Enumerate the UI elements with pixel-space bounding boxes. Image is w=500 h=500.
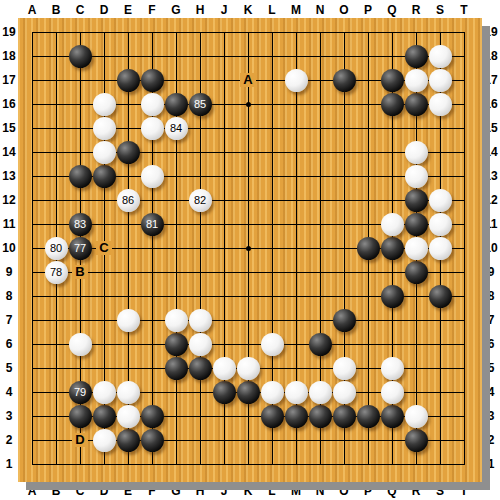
column-label-bottom-K: K bbox=[236, 484, 260, 498]
row-label-left-13: 13 bbox=[0, 169, 18, 183]
row-label-right-7: 7 bbox=[482, 313, 500, 327]
stone-white-S17[interactable] bbox=[429, 69, 452, 92]
column-label-top-G: G bbox=[164, 3, 188, 17]
column-label-top-D: D bbox=[92, 3, 116, 17]
column-label-bottom-C: C bbox=[68, 484, 92, 498]
stone-white-E7[interactable] bbox=[117, 309, 140, 332]
stone-white-S16[interactable] bbox=[429, 93, 452, 116]
column-label-bottom-D: D bbox=[92, 484, 116, 498]
row-label-right-5: 5 bbox=[482, 361, 500, 375]
row-label-right-3: 3 bbox=[482, 409, 500, 423]
stone-black-R18[interactable] bbox=[405, 45, 428, 68]
row-label-left-16: 16 bbox=[0, 97, 18, 111]
stone-white-S11[interactable] bbox=[429, 213, 452, 236]
move-number-85: 85 bbox=[194, 98, 206, 110]
stone-white-O5[interactable] bbox=[333, 357, 356, 380]
column-label-bottom-R: R bbox=[404, 484, 428, 498]
stone-white-G15[interactable]: 84 bbox=[165, 117, 188, 140]
row-label-left-9: 9 bbox=[0, 265, 18, 279]
stone-black-F3[interactable] bbox=[141, 405, 164, 428]
stone-white-L4[interactable] bbox=[261, 381, 284, 404]
stone-black-R2[interactable] bbox=[405, 429, 428, 452]
point-label-A: A bbox=[240, 73, 256, 87]
column-label-top-K: K bbox=[236, 3, 260, 17]
grid-hline bbox=[32, 320, 465, 321]
move-number-80: 80 bbox=[50, 242, 62, 254]
row-label-left-8: 8 bbox=[0, 289, 18, 303]
column-label-bottom-A: A bbox=[20, 484, 44, 498]
row-label-left-3: 3 bbox=[0, 409, 18, 423]
stone-black-D13[interactable] bbox=[93, 165, 116, 188]
go-board-screen: AABBCCDDEEFFGGHHJJKKLLMMNNOOPPQQRRSSTT19… bbox=[0, 0, 500, 500]
stone-white-M17[interactable] bbox=[285, 69, 308, 92]
move-number-79: 79 bbox=[74, 386, 86, 398]
stone-black-O7[interactable] bbox=[333, 309, 356, 332]
stone-white-D4[interactable] bbox=[93, 381, 116, 404]
stone-white-Q11[interactable] bbox=[381, 213, 404, 236]
stone-white-E12[interactable]: 86 bbox=[117, 189, 140, 212]
column-label-bottom-J: J bbox=[212, 484, 236, 498]
row-label-right-14: 14 bbox=[482, 145, 500, 159]
row-label-left-2: 2 bbox=[0, 433, 18, 447]
stone-white-D15[interactable] bbox=[93, 117, 116, 140]
stone-black-Q17[interactable] bbox=[381, 69, 404, 92]
stone-white-K5[interactable] bbox=[237, 357, 260, 380]
column-label-bottom-Q: Q bbox=[380, 484, 404, 498]
column-label-top-F: F bbox=[140, 3, 164, 17]
row-label-right-4: 4 bbox=[482, 385, 500, 399]
stone-black-C13[interactable] bbox=[69, 165, 92, 188]
stone-black-Q8[interactable] bbox=[381, 285, 404, 308]
column-label-top-N: N bbox=[308, 3, 332, 17]
row-label-right-19: 19 bbox=[482, 25, 500, 39]
column-label-top-J: J bbox=[212, 3, 236, 17]
column-label-bottom-G: G bbox=[164, 484, 188, 498]
stone-white-H12[interactable]: 82 bbox=[189, 189, 212, 212]
move-number-81: 81 bbox=[146, 218, 158, 230]
stone-black-N3[interactable] bbox=[309, 405, 332, 428]
row-label-right-12: 12 bbox=[482, 193, 500, 207]
stone-black-G6[interactable] bbox=[165, 333, 188, 356]
column-label-top-E: E bbox=[116, 3, 140, 17]
row-label-right-8: 8 bbox=[482, 289, 500, 303]
column-label-bottom-M: M bbox=[284, 484, 308, 498]
stone-black-E17[interactable] bbox=[117, 69, 140, 92]
stone-black-Q10[interactable] bbox=[381, 237, 404, 260]
stone-white-B9[interactable]: 78 bbox=[45, 261, 68, 284]
row-label-right-17: 17 bbox=[482, 73, 500, 87]
stone-white-O4[interactable] bbox=[333, 381, 356, 404]
grid-hline bbox=[32, 344, 465, 345]
stone-black-H5[interactable] bbox=[189, 357, 212, 380]
point-label-B: B bbox=[72, 265, 88, 279]
stone-black-P10[interactable] bbox=[357, 237, 380, 260]
stone-white-F15[interactable] bbox=[141, 117, 164, 140]
stone-white-D16[interactable] bbox=[93, 93, 116, 116]
grid-vline bbox=[464, 32, 465, 465]
column-label-bottom-O: O bbox=[332, 484, 356, 498]
move-number-78: 78 bbox=[50, 266, 62, 278]
stone-white-R17[interactable] bbox=[405, 69, 428, 92]
row-label-right-2: 2 bbox=[482, 433, 500, 447]
stone-black-N6[interactable] bbox=[309, 333, 332, 356]
column-label-top-C: C bbox=[68, 3, 92, 17]
column-label-bottom-F: F bbox=[140, 484, 164, 498]
move-number-84: 84 bbox=[170, 122, 182, 134]
stone-black-E14[interactable] bbox=[117, 141, 140, 164]
stone-black-S8[interactable] bbox=[429, 285, 452, 308]
row-label-right-10: 10 bbox=[482, 241, 500, 255]
stone-white-R14[interactable] bbox=[405, 141, 428, 164]
column-label-top-H: H bbox=[188, 3, 212, 17]
stone-white-B10[interactable]: 80 bbox=[45, 237, 68, 260]
column-label-bottom-H: H bbox=[188, 484, 212, 498]
go-board[interactable]: 85838177798486828078 ABCD bbox=[18, 18, 482, 482]
row-label-right-18: 18 bbox=[482, 49, 500, 63]
stone-black-C4[interactable]: 79 bbox=[69, 381, 92, 404]
row-label-right-16: 16 bbox=[482, 97, 500, 111]
stone-black-G5[interactable] bbox=[165, 357, 188, 380]
row-label-left-4: 4 bbox=[0, 385, 18, 399]
column-label-top-P: P bbox=[356, 3, 380, 17]
stone-white-J5[interactable] bbox=[213, 357, 236, 380]
row-label-right-9: 9 bbox=[482, 265, 500, 279]
stone-black-C18[interactable] bbox=[69, 45, 92, 68]
row-label-left-7: 7 bbox=[0, 313, 18, 327]
stone-black-R12[interactable] bbox=[405, 189, 428, 212]
stone-white-R13[interactable] bbox=[405, 165, 428, 188]
stone-white-R10[interactable] bbox=[405, 237, 428, 260]
column-label-bottom-N: N bbox=[308, 484, 332, 498]
row-label-left-14: 14 bbox=[0, 145, 18, 159]
row-label-left-15: 15 bbox=[0, 121, 18, 135]
column-label-top-L: L bbox=[260, 3, 284, 17]
column-label-bottom-T: T bbox=[452, 484, 476, 498]
stone-black-R9[interactable] bbox=[405, 261, 428, 284]
move-number-86: 86 bbox=[122, 194, 134, 206]
stone-white-L6[interactable] bbox=[261, 333, 284, 356]
column-label-top-A: A bbox=[20, 3, 44, 17]
stone-white-S12[interactable] bbox=[429, 189, 452, 212]
stone-black-D3[interactable] bbox=[93, 405, 116, 428]
column-label-top-Q: Q bbox=[380, 3, 404, 17]
column-label-top-T: T bbox=[452, 3, 476, 17]
stone-black-L3[interactable] bbox=[261, 405, 284, 428]
row-label-left-19: 19 bbox=[0, 25, 18, 39]
stone-white-G7[interactable] bbox=[165, 309, 188, 332]
row-label-right-1: 1 bbox=[482, 457, 500, 471]
stone-white-M4[interactable] bbox=[285, 381, 308, 404]
grid-hline bbox=[32, 272, 465, 273]
stone-black-C10[interactable]: 77 bbox=[69, 237, 92, 260]
stone-black-O3[interactable] bbox=[333, 405, 356, 428]
column-label-top-B: B bbox=[44, 3, 68, 17]
stone-white-E3[interactable] bbox=[117, 405, 140, 428]
row-label-left-5: 5 bbox=[0, 361, 18, 375]
stone-white-S18[interactable] bbox=[429, 45, 452, 68]
stone-black-R11[interactable] bbox=[405, 213, 428, 236]
stone-black-O17[interactable] bbox=[333, 69, 356, 92]
stone-white-E4[interactable] bbox=[117, 381, 140, 404]
stone-white-H6[interactable] bbox=[189, 333, 212, 356]
stone-black-F2[interactable] bbox=[141, 429, 164, 452]
stone-black-R16[interactable] bbox=[405, 93, 428, 116]
stone-white-R3[interactable] bbox=[405, 405, 428, 428]
column-label-bottom-E: E bbox=[116, 484, 140, 498]
row-label-left-12: 12 bbox=[0, 193, 18, 207]
column-label-top-O: O bbox=[332, 3, 356, 17]
row-label-left-17: 17 bbox=[0, 73, 18, 87]
stone-black-C11[interactable]: 83 bbox=[69, 213, 92, 236]
row-label-left-10: 10 bbox=[0, 241, 18, 255]
move-number-77: 77 bbox=[74, 242, 86, 254]
stone-black-J4[interactable] bbox=[213, 381, 236, 404]
row-label-right-6: 6 bbox=[482, 337, 500, 351]
stone-white-C6[interactable] bbox=[69, 333, 92, 356]
point-label-C: C bbox=[96, 241, 112, 255]
stone-black-Q16[interactable] bbox=[381, 93, 404, 116]
stone-black-E2[interactable] bbox=[117, 429, 140, 452]
row-label-left-1: 1 bbox=[0, 457, 18, 471]
stone-white-F13[interactable] bbox=[141, 165, 164, 188]
stone-white-H7[interactable] bbox=[189, 309, 212, 332]
column-label-bottom-L: L bbox=[260, 484, 284, 498]
column-label-bottom-B: B bbox=[44, 484, 68, 498]
row-label-right-13: 13 bbox=[482, 169, 500, 183]
stone-white-Q4[interactable] bbox=[381, 381, 404, 404]
stone-black-F11[interactable]: 81 bbox=[141, 213, 164, 236]
stone-white-D14[interactable] bbox=[93, 141, 116, 164]
stone-black-M3[interactable] bbox=[285, 405, 308, 428]
grid-hline bbox=[32, 464, 465, 465]
column-label-top-R: R bbox=[404, 3, 428, 17]
column-label-bottom-P: P bbox=[356, 484, 380, 498]
point-label-D: D bbox=[72, 433, 88, 447]
row-label-right-11: 11 bbox=[482, 217, 500, 231]
row-label-right-15: 15 bbox=[482, 121, 500, 135]
move-number-82: 82 bbox=[194, 194, 206, 206]
column-label-bottom-S: S bbox=[428, 484, 452, 498]
stone-white-S10[interactable] bbox=[429, 237, 452, 260]
stone-black-H16[interactable]: 85 bbox=[189, 93, 212, 116]
stone-black-F17[interactable] bbox=[141, 69, 164, 92]
stone-black-G16[interactable] bbox=[165, 93, 188, 116]
stone-white-F16[interactable] bbox=[141, 93, 164, 116]
stone-black-C3[interactable] bbox=[69, 405, 92, 428]
stone-black-P3[interactable] bbox=[357, 405, 380, 428]
stone-white-N4[interactable] bbox=[309, 381, 332, 404]
column-label-top-M: M bbox=[284, 3, 308, 17]
move-number-83: 83 bbox=[74, 218, 86, 230]
star-point-K10 bbox=[246, 246, 251, 251]
star-point-K16 bbox=[246, 102, 251, 107]
row-label-left-18: 18 bbox=[0, 49, 18, 63]
column-label-top-S: S bbox=[428, 3, 452, 17]
row-label-left-6: 6 bbox=[0, 337, 18, 351]
stone-black-Q3[interactable] bbox=[381, 405, 404, 428]
row-label-left-11: 11 bbox=[0, 217, 18, 231]
stone-black-K4[interactable] bbox=[237, 381, 260, 404]
stone-white-D2[interactable] bbox=[93, 429, 116, 452]
stone-white-Q5[interactable] bbox=[381, 357, 404, 380]
